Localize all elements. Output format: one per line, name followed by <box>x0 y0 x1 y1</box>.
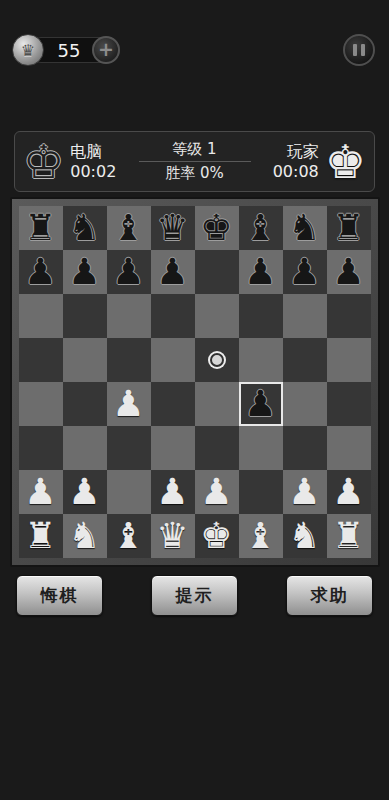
square-d6[interactable] <box>151 294 195 338</box>
square-f3[interactable] <box>239 426 283 470</box>
square-e3[interactable] <box>195 426 239 470</box>
piece-white-pawn: ♟ <box>200 470 232 514</box>
square-f7[interactable]: ♟ <box>239 250 283 294</box>
coin-crown-glyph: ♛ <box>21 41 35 60</box>
square-g3[interactable] <box>283 426 327 470</box>
square-g8[interactable]: ♞ <box>283 206 327 250</box>
square-d3[interactable] <box>151 426 195 470</box>
piece-white-pawn: ♟ <box>332 470 364 514</box>
square-b6[interactable] <box>63 294 107 338</box>
square-g5[interactable] <box>283 338 327 382</box>
piece-black-pawn: ♟ <box>332 250 364 294</box>
white-king-icon: ♚ <box>325 139 366 185</box>
chess-board: ♜♞♝♛♚♝♞♜♟♟♟♟♟♟♟♟♟♟♟♟♟♟♟♜♞♝♛♚♝♞♜ <box>19 206 371 558</box>
top-bar: ♛ 55 + <box>0 0 389 67</box>
player-clock: 00:08 <box>273 162 319 182</box>
square-h8[interactable]: ♜ <box>327 206 371 250</box>
square-g2[interactable]: ♟ <box>283 470 327 514</box>
player-side: 玩家 00:08 ♚ <box>273 139 366 185</box>
piece-white-rook: ♜ <box>24 514 56 558</box>
action-bar: 悔棋 提示 求助 <box>16 575 373 616</box>
square-d5[interactable] <box>151 338 195 382</box>
coin-icon: ♛ <box>12 34 44 66</box>
piece-black-pawn: ♟ <box>244 250 276 294</box>
piece-black-knight: ♞ <box>68 206 100 250</box>
square-a7[interactable]: ♟ <box>19 250 63 294</box>
piece-white-bishop: ♝ <box>244 514 276 558</box>
square-b5[interactable] <box>63 338 107 382</box>
square-d8[interactable]: ♛ <box>151 206 195 250</box>
piece-white-queen: ♛ <box>156 514 188 558</box>
piece-white-pawn: ♟ <box>288 470 320 514</box>
hint-button[interactable]: 提示 <box>151 575 238 616</box>
square-f2[interactable] <box>239 470 283 514</box>
square-c2[interactable] <box>107 470 151 514</box>
square-f8[interactable]: ♝ <box>239 206 283 250</box>
scoreboard-panel: ♚ 电脑 00:02 等级 1 胜率 0% 玩家 00:08 ♚ <box>14 131 375 192</box>
coin-count: 55 <box>56 40 82 61</box>
square-e6[interactable] <box>195 294 239 338</box>
square-h2[interactable]: ♟ <box>327 470 371 514</box>
piece-white-pawn: ♟ <box>24 470 56 514</box>
computer-clock: 00:02 <box>70 162 116 182</box>
square-d1[interactable]: ♛ <box>151 514 195 558</box>
coin-balance: ♛ 55 + <box>12 33 120 67</box>
square-h5[interactable] <box>327 338 371 382</box>
pause-icon <box>353 44 357 56</box>
square-h1[interactable]: ♜ <box>327 514 371 558</box>
square-f6[interactable] <box>239 294 283 338</box>
piece-black-rook: ♜ <box>332 206 364 250</box>
add-coins-button[interactable]: + <box>92 36 120 64</box>
square-g4[interactable] <box>283 382 327 426</box>
piece-black-pawn: ♟ <box>244 382 276 426</box>
square-d7[interactable]: ♟ <box>151 250 195 294</box>
square-g6[interactable] <box>283 294 327 338</box>
square-b2[interactable]: ♟ <box>63 470 107 514</box>
piece-black-rook: ♜ <box>24 206 56 250</box>
square-c6[interactable] <box>107 294 151 338</box>
piece-black-pawn: ♟ <box>288 250 320 294</box>
piece-black-pawn: ♟ <box>156 250 188 294</box>
square-e8[interactable]: ♚ <box>195 206 239 250</box>
piece-white-pawn: ♟ <box>156 470 188 514</box>
piece-black-bishop: ♝ <box>112 206 144 250</box>
square-h4[interactable] <box>327 382 371 426</box>
square-a3[interactable] <box>19 426 63 470</box>
square-c4[interactable]: ♟ <box>107 382 151 426</box>
piece-black-knight: ♞ <box>288 206 320 250</box>
plus-icon: + <box>98 40 114 59</box>
piece-black-king: ♚ <box>200 206 232 250</box>
square-f5[interactable] <box>239 338 283 382</box>
square-g1[interactable]: ♞ <box>283 514 327 558</box>
pause-icon <box>361 44 365 56</box>
square-a1[interactable]: ♜ <box>19 514 63 558</box>
square-c1[interactable]: ♝ <box>107 514 151 558</box>
piece-white-pawn: ♟ <box>112 382 144 426</box>
square-a8[interactable]: ♜ <box>19 206 63 250</box>
win-rate-label: 胜率 0% <box>165 164 224 184</box>
piece-white-king: ♚ <box>200 514 232 558</box>
player-label: 玩家 <box>287 142 319 162</box>
square-e5[interactable] <box>195 338 239 382</box>
square-f4[interactable]: ♟ <box>239 382 283 426</box>
pause-button[interactable] <box>343 34 375 66</box>
match-info: 等级 1 胜率 0% <box>139 140 251 184</box>
square-h6[interactable] <box>327 294 371 338</box>
piece-white-rook: ♜ <box>332 514 364 558</box>
piece-black-bishop: ♝ <box>244 206 276 250</box>
square-c8[interactable]: ♝ <box>107 206 151 250</box>
last-move-origin-marker <box>210 353 224 367</box>
square-b3[interactable] <box>63 426 107 470</box>
level-label: 等级 1 <box>172 140 216 160</box>
square-e7[interactable] <box>195 250 239 294</box>
square-b7[interactable]: ♟ <box>63 250 107 294</box>
help-button[interactable]: 求助 <box>286 575 373 616</box>
square-c7[interactable]: ♟ <box>107 250 151 294</box>
computer-label: 电脑 <box>70 142 116 162</box>
board-frame: ♜♞♝♛♚♝♞♜♟♟♟♟♟♟♟♟♟♟♟♟♟♟♟♜♞♝♛♚♝♞♜ <box>10 197 380 567</box>
square-g7[interactable]: ♟ <box>283 250 327 294</box>
square-e1[interactable]: ♚ <box>195 514 239 558</box>
piece-black-pawn: ♟ <box>24 250 56 294</box>
square-h7[interactable]: ♟ <box>327 250 371 294</box>
black-king-icon: ♚ <box>23 139 64 185</box>
square-a2[interactable]: ♟ <box>19 470 63 514</box>
divider <box>139 161 251 162</box>
square-c5[interactable] <box>107 338 151 382</box>
square-b8[interactable]: ♞ <box>63 206 107 250</box>
square-h3[interactable] <box>327 426 371 470</box>
piece-black-queen: ♛ <box>156 206 188 250</box>
square-a5[interactable] <box>19 338 63 382</box>
piece-black-pawn: ♟ <box>112 250 144 294</box>
piece-white-pawn: ♟ <box>68 470 100 514</box>
square-e4[interactable] <box>195 382 239 426</box>
square-c3[interactable] <box>107 426 151 470</box>
square-e2[interactable]: ♟ <box>195 470 239 514</box>
undo-button[interactable]: 悔棋 <box>16 575 103 616</box>
piece-white-knight: ♞ <box>288 514 320 558</box>
square-f1[interactable]: ♝ <box>239 514 283 558</box>
computer-side: ♚ 电脑 00:02 <box>23 139 116 185</box>
square-a6[interactable] <box>19 294 63 338</box>
square-d4[interactable] <box>151 382 195 426</box>
piece-white-bishop: ♝ <box>112 514 144 558</box>
piece-black-pawn: ♟ <box>68 250 100 294</box>
square-b4[interactable] <box>63 382 107 426</box>
square-d2[interactable]: ♟ <box>151 470 195 514</box>
piece-white-knight: ♞ <box>68 514 100 558</box>
square-b1[interactable]: ♞ <box>63 514 107 558</box>
square-a4[interactable] <box>19 382 63 426</box>
